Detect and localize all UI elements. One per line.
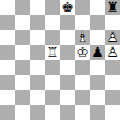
square-e6[interactable] — [60, 30, 75, 45]
square-a6[interactable] — [0, 30, 15, 45]
square-b5[interactable] — [15, 45, 30, 60]
square-d2[interactable] — [45, 90, 60, 105]
square-g4[interactable] — [90, 60, 105, 75]
square-h8[interactable]: ♜ — [105, 0, 120, 15]
piece-black-pawn: ♟ — [90, 45, 105, 60]
piece-black-rook: ♜ — [105, 0, 120, 15]
white-rook-icon: ♖ — [45, 45, 60, 60]
square-h5[interactable]: ♟♙ — [105, 45, 120, 60]
square-d8[interactable] — [45, 0, 60, 15]
square-c1[interactable] — [30, 105, 45, 120]
white-king-icon: ♔ — [75, 45, 90, 60]
square-e8[interactable]: ♚ — [60, 0, 75, 15]
square-a5[interactable] — [0, 45, 15, 60]
square-d7[interactable] — [45, 15, 60, 30]
white-bishop-icon: ♗ — [75, 30, 90, 45]
piece-black-king: ♚ — [60, 0, 75, 15]
square-a8[interactable] — [0, 0, 15, 15]
square-f7[interactable] — [75, 15, 90, 30]
square-a7[interactable] — [0, 15, 15, 30]
square-d4[interactable] — [45, 60, 60, 75]
square-f5[interactable]: ♚♔ — [75, 45, 90, 60]
square-b4[interactable] — [15, 60, 30, 75]
square-g3[interactable] — [90, 75, 105, 90]
square-e5[interactable] — [60, 45, 75, 60]
square-f6[interactable]: ♝♗ — [75, 30, 90, 45]
square-g2[interactable] — [90, 90, 105, 105]
chess-board: ♚♜♝♗♟♙♜♖♚♔♟♟♙ — [0, 0, 120, 120]
square-c8[interactable] — [30, 0, 45, 15]
square-b6[interactable] — [15, 30, 30, 45]
square-h7[interactable] — [105, 15, 120, 30]
square-f3[interactable] — [75, 75, 90, 90]
piece-white-rook: ♜♖ — [45, 45, 60, 60]
square-f2[interactable] — [75, 90, 90, 105]
piece-white-pawn: ♟♙ — [105, 45, 120, 60]
black-king-icon: ♚ — [60, 0, 75, 15]
square-b8[interactable] — [15, 0, 30, 15]
black-pawn-icon: ♟ — [90, 45, 105, 60]
square-e1[interactable] — [60, 105, 75, 120]
square-f1[interactable] — [75, 105, 90, 120]
piece-white-bishop: ♝♗ — [75, 30, 90, 45]
white-pawn-icon: ♙ — [105, 45, 120, 60]
square-g5[interactable]: ♟ — [90, 45, 105, 60]
square-b3[interactable] — [15, 75, 30, 90]
white-pawn-icon: ♙ — [105, 30, 120, 45]
square-d1[interactable] — [45, 105, 60, 120]
piece-white-pawn: ♟♙ — [105, 30, 120, 45]
square-f4[interactable] — [75, 60, 90, 75]
square-a1[interactable] — [0, 105, 15, 120]
square-h1[interactable] — [105, 105, 120, 120]
square-e7[interactable] — [60, 15, 75, 30]
square-e3[interactable] — [60, 75, 75, 90]
square-c7[interactable] — [30, 15, 45, 30]
square-b2[interactable] — [15, 90, 30, 105]
square-b1[interactable] — [15, 105, 30, 120]
square-d6[interactable] — [45, 30, 60, 45]
square-g8[interactable] — [90, 0, 105, 15]
piece-white-king: ♚♔ — [75, 45, 90, 60]
square-c4[interactable] — [30, 60, 45, 75]
square-g7[interactable] — [90, 15, 105, 30]
square-h2[interactable] — [105, 90, 120, 105]
square-c2[interactable] — [30, 90, 45, 105]
square-d3[interactable] — [45, 75, 60, 90]
square-e2[interactable] — [60, 90, 75, 105]
square-g6[interactable] — [90, 30, 105, 45]
square-g1[interactable] — [90, 105, 105, 120]
square-h6[interactable]: ♟♙ — [105, 30, 120, 45]
square-h3[interactable] — [105, 75, 120, 90]
square-c3[interactable] — [30, 75, 45, 90]
square-a4[interactable] — [0, 60, 15, 75]
square-h4[interactable] — [105, 60, 120, 75]
square-a2[interactable] — [0, 90, 15, 105]
square-a3[interactable] — [0, 75, 15, 90]
square-c6[interactable] — [30, 30, 45, 45]
square-d5[interactable]: ♜♖ — [45, 45, 60, 60]
square-b7[interactable] — [15, 15, 30, 30]
square-c5[interactable] — [30, 45, 45, 60]
square-f8[interactable] — [75, 0, 90, 15]
black-rook-icon: ♜ — [105, 0, 120, 15]
square-e4[interactable] — [60, 60, 75, 75]
